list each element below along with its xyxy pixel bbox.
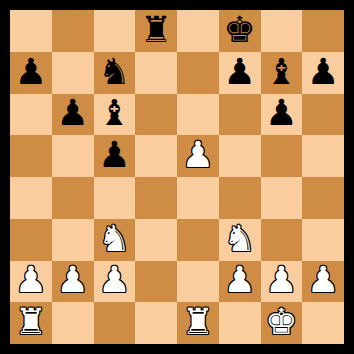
square-c2[interactable]: ♟ xyxy=(94,261,136,303)
square-e8[interactable] xyxy=(177,10,219,52)
square-h2[interactable]: ♟ xyxy=(302,261,344,303)
square-c5[interactable]: ♟ xyxy=(94,135,136,177)
square-h1[interactable] xyxy=(302,302,344,344)
square-b8[interactable] xyxy=(52,10,94,52)
piece-white-rook-e1: ♜ xyxy=(182,304,214,340)
piece-black-pawn-a7: ♟ xyxy=(15,54,47,90)
square-b1[interactable] xyxy=(52,302,94,344)
square-f8[interactable]: ♚ xyxy=(219,10,261,52)
square-g2[interactable]: ♟ xyxy=(261,261,303,303)
square-f7[interactable]: ♟ xyxy=(219,52,261,94)
square-e2[interactable] xyxy=(177,261,219,303)
square-g6[interactable]: ♟ xyxy=(261,94,303,136)
square-h4[interactable] xyxy=(302,177,344,219)
square-a3[interactable] xyxy=(10,219,52,261)
piece-white-pawn-f2: ♟ xyxy=(223,262,255,298)
square-e7[interactable] xyxy=(177,52,219,94)
square-h3[interactable] xyxy=(302,219,344,261)
square-d8[interactable]: ♜ xyxy=(135,10,177,52)
square-d5[interactable] xyxy=(135,135,177,177)
piece-black-pawn-g6: ♟ xyxy=(265,95,297,131)
piece-white-pawn-a2: ♟ xyxy=(15,262,47,298)
square-g8[interactable] xyxy=(261,10,303,52)
piece-white-pawn-c2: ♟ xyxy=(98,262,130,298)
square-a4[interactable] xyxy=(10,177,52,219)
square-d3[interactable] xyxy=(135,219,177,261)
square-e1[interactable]: ♜ xyxy=(177,302,219,344)
piece-black-bishop-c6: ♝ xyxy=(98,95,130,131)
square-b5[interactable] xyxy=(52,135,94,177)
square-f5[interactable] xyxy=(219,135,261,177)
square-a7[interactable]: ♟ xyxy=(10,52,52,94)
square-c3[interactable]: ♞ xyxy=(94,219,136,261)
square-f3[interactable]: ♞ xyxy=(219,219,261,261)
square-b4[interactable] xyxy=(52,177,94,219)
board-frame: ♜♚♟♞♟♝♟♟♝♟♟♟♞♞♟♟♟♟♟♟♜♜♚ xyxy=(0,0,354,354)
square-a6[interactable] xyxy=(10,94,52,136)
square-a2[interactable]: ♟ xyxy=(10,261,52,303)
square-d7[interactable] xyxy=(135,52,177,94)
square-b3[interactable] xyxy=(52,219,94,261)
piece-white-pawn-e5: ♟ xyxy=(182,137,214,173)
piece-white-knight-f3: ♞ xyxy=(223,221,255,257)
piece-white-pawn-g2: ♟ xyxy=(265,262,297,298)
square-h5[interactable] xyxy=(302,135,344,177)
square-g4[interactable] xyxy=(261,177,303,219)
square-e4[interactable] xyxy=(177,177,219,219)
piece-white-knight-c3: ♞ xyxy=(98,221,130,257)
chess-board: ♜♚♟♞♟♝♟♟♝♟♟♟♞♞♟♟♟♟♟♟♜♜♚ xyxy=(10,10,344,344)
piece-black-king-f8: ♚ xyxy=(223,12,255,48)
square-d2[interactable] xyxy=(135,261,177,303)
square-b6[interactable]: ♟ xyxy=(52,94,94,136)
square-f4[interactable] xyxy=(219,177,261,219)
piece-white-pawn-h2: ♟ xyxy=(307,262,339,298)
square-a1[interactable]: ♜ xyxy=(10,302,52,344)
square-d1[interactable] xyxy=(135,302,177,344)
square-f6[interactable] xyxy=(219,94,261,136)
square-g1[interactable]: ♚ xyxy=(261,302,303,344)
square-h8[interactable] xyxy=(302,10,344,52)
square-f1[interactable] xyxy=(219,302,261,344)
square-e6[interactable] xyxy=(177,94,219,136)
square-a8[interactable] xyxy=(10,10,52,52)
square-a5[interactable] xyxy=(10,135,52,177)
piece-black-bishop-g7: ♝ xyxy=(265,54,297,90)
piece-black-pawn-b6: ♟ xyxy=(56,95,88,131)
square-e3[interactable] xyxy=(177,219,219,261)
piece-black-pawn-f7: ♟ xyxy=(223,54,255,90)
piece-black-rook-d8: ♜ xyxy=(140,12,172,48)
piece-black-pawn-h7: ♟ xyxy=(307,54,339,90)
piece-black-pawn-c5: ♟ xyxy=(98,137,130,173)
square-e5[interactable]: ♟ xyxy=(177,135,219,177)
square-h6[interactable] xyxy=(302,94,344,136)
piece-white-pawn-b2: ♟ xyxy=(56,262,88,298)
piece-white-king-g1: ♚ xyxy=(265,304,297,340)
square-c4[interactable] xyxy=(94,177,136,219)
square-c6[interactable]: ♝ xyxy=(94,94,136,136)
square-b7[interactable] xyxy=(52,52,94,94)
square-c7[interactable]: ♞ xyxy=(94,52,136,94)
piece-black-knight-c7: ♞ xyxy=(98,54,130,90)
square-d4[interactable] xyxy=(135,177,177,219)
square-g5[interactable] xyxy=(261,135,303,177)
square-c8[interactable] xyxy=(94,10,136,52)
square-b2[interactable]: ♟ xyxy=(52,261,94,303)
square-d6[interactable] xyxy=(135,94,177,136)
square-c1[interactable] xyxy=(94,302,136,344)
square-g7[interactable]: ♝ xyxy=(261,52,303,94)
square-h7[interactable]: ♟ xyxy=(302,52,344,94)
square-f2[interactable]: ♟ xyxy=(219,261,261,303)
piece-white-rook-a1: ♜ xyxy=(15,304,47,340)
square-g3[interactable] xyxy=(261,219,303,261)
